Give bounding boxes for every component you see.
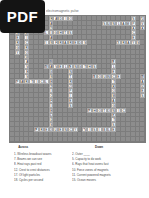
cell-letter: R bbox=[26, 80, 28, 83]
cell-letter: R bbox=[26, 46, 28, 49]
cell-letter: B bbox=[103, 128, 105, 131]
cell-letter: E bbox=[113, 113, 115, 116]
cell-letter: C bbox=[132, 31, 134, 34]
cell-letter: I bbox=[65, 17, 66, 20]
cell-letter: I bbox=[118, 109, 119, 112]
cell-letter: R bbox=[122, 41, 124, 44]
cell-letter: A bbox=[142, 27, 144, 30]
cell-letter: A bbox=[55, 17, 57, 20]
pdf-badge-label: PDF bbox=[7, 8, 39, 25]
cell-letter: I bbox=[26, 36, 27, 39]
down-list: 2. Outer ____5. Capacity to do work6. Ra… bbox=[72, 151, 143, 182]
cell-letter: I bbox=[51, 104, 52, 107]
cell-letter: D bbox=[79, 41, 81, 44]
cell-letter: R bbox=[16, 41, 18, 44]
cell-letter: Y bbox=[16, 51, 18, 54]
cell-letter: E bbox=[74, 41, 76, 44]
cell-letter: R bbox=[69, 80, 71, 83]
cell-letter: U bbox=[55, 128, 57, 131]
cell-letter: L bbox=[113, 65, 115, 68]
cell-letter: L bbox=[118, 22, 120, 25]
cell-letter: A bbox=[50, 22, 52, 25]
cell-letter: A bbox=[26, 60, 28, 63]
cell-letter: A bbox=[50, 36, 52, 39]
cell-letter: E bbox=[142, 89, 144, 92]
cell-letter: Y bbox=[74, 128, 76, 131]
cell-letter: W bbox=[25, 55, 28, 58]
cell-letter: W bbox=[45, 65, 48, 68]
down-header: Down bbox=[95, 145, 143, 150]
cell-letter: F bbox=[50, 99, 52, 102]
cell-letter: P bbox=[16, 80, 18, 83]
cell-letter: G bbox=[55, 31, 57, 34]
cell-letter: C bbox=[50, 94, 52, 97]
cell-letter: L bbox=[108, 128, 110, 131]
cell-letter: N bbox=[113, 22, 115, 25]
cell-letter: A bbox=[142, 80, 144, 83]
cell-letter: N bbox=[74, 65, 76, 68]
cell-letter: M bbox=[112, 94, 115, 97]
cell-letter: S bbox=[103, 22, 105, 25]
cell-letter: D bbox=[50, 27, 52, 30]
cell-letter: E bbox=[118, 75, 120, 78]
clue-item: 15. Ocean movers bbox=[72, 178, 143, 183]
cell-letter: T bbox=[84, 65, 86, 68]
cell-letter: M bbox=[50, 60, 53, 63]
cell-letter: S bbox=[93, 65, 95, 68]
cell-letter: E bbox=[113, 128, 115, 131]
cell-letter: U bbox=[103, 75, 105, 78]
cell-letter: M bbox=[127, 22, 130, 25]
cell-letter: U bbox=[142, 17, 144, 20]
cell-letter: C bbox=[26, 41, 28, 44]
cell-letter: O bbox=[113, 89, 115, 92]
cell-letter: I bbox=[99, 128, 100, 131]
cell-letter: V bbox=[142, 84, 144, 87]
cell-letter: O bbox=[98, 75, 100, 78]
cell-letter: B bbox=[93, 75, 95, 78]
cell-letter: I bbox=[51, 31, 52, 34]
cell-letter: O bbox=[69, 17, 71, 20]
cell-letter: T bbox=[31, 80, 33, 83]
cell-letter: O bbox=[98, 109, 100, 112]
cell-letter: G bbox=[79, 65, 81, 68]
cell-letter: N bbox=[69, 70, 71, 73]
cell-letter: S bbox=[84, 41, 86, 44]
document-title: electromagnetic pulse bbox=[46, 9, 79, 13]
cell-letter: S bbox=[69, 31, 71, 34]
cell-letter: I bbox=[51, 89, 52, 92]
cell-letter: P bbox=[69, 89, 71, 92]
cell-letter: H bbox=[89, 65, 91, 68]
cell-letter: O bbox=[26, 51, 28, 54]
cell-letter: H bbox=[93, 109, 95, 112]
cell-letter: N bbox=[64, 128, 66, 131]
cell-letter: R bbox=[50, 17, 52, 20]
cell-letter: N bbox=[50, 41, 52, 44]
cell-letter: I bbox=[46, 41, 47, 44]
cell-letter: D bbox=[50, 118, 52, 121]
cell-letter: N bbox=[108, 75, 110, 78]
cell-letter: P bbox=[132, 22, 134, 25]
cell-letter: A bbox=[113, 99, 115, 102]
cell-letter: E bbox=[50, 109, 52, 112]
cell-letter: C bbox=[40, 80, 42, 83]
cell-letter: U bbox=[108, 22, 110, 25]
cell-letter: E bbox=[45, 128, 47, 131]
cell-letter: S bbox=[132, 17, 134, 20]
cell-letter: T bbox=[103, 109, 105, 112]
cell-letter: Y bbox=[132, 41, 134, 44]
cell-letter: E bbox=[16, 36, 18, 39]
cell-letter: A bbox=[132, 27, 134, 30]
cell-letter: S bbox=[113, 123, 115, 126]
cell-letter: O bbox=[69, 84, 71, 87]
cell-letter: A bbox=[50, 65, 52, 68]
cell-letter: S bbox=[142, 94, 144, 97]
cell-letter: V bbox=[55, 65, 57, 68]
cell-letter: W bbox=[141, 75, 144, 78]
cell-letter: E bbox=[60, 128, 62, 131]
cell-letter: N bbox=[50, 75, 52, 78]
cell-letter: G bbox=[113, 104, 115, 107]
cell-letter: C bbox=[122, 109, 124, 112]
cell-letter: E bbox=[69, 99, 71, 102]
cell-letter: S bbox=[26, 75, 28, 78]
cell-letter: R bbox=[60, 41, 62, 44]
cell-letter: T bbox=[69, 75, 71, 78]
cell-letter: E bbox=[26, 70, 28, 73]
cell-letter: C bbox=[113, 75, 115, 78]
cell-letter: T bbox=[50, 84, 52, 87]
cell-letter: T bbox=[113, 118, 115, 121]
pdf-preview-page[interactable]: PDF electromagnetic pulse 1RADIO2S3UA4SU… bbox=[0, 0, 149, 198]
cell-letter: A bbox=[127, 41, 129, 44]
cell-letter: E bbox=[113, 70, 115, 73]
cell-letter: T bbox=[65, 31, 67, 34]
cell-letter: L bbox=[65, 65, 67, 68]
cell-letter: S bbox=[93, 128, 95, 131]
cell-letter: V bbox=[84, 128, 86, 131]
cell-letter: A bbox=[64, 41, 66, 44]
cell-letter: L bbox=[50, 113, 52, 116]
pdf-badge: PDF bbox=[0, 0, 45, 33]
cell-letter: S bbox=[137, 41, 139, 44]
crossword-board: 1RADIO2S3UA4SUNLAMPV5EDAAN6M7LIGHTSCEIAE… bbox=[10, 16, 145, 142]
cell-letter: C bbox=[69, 128, 71, 131]
cell-letter: A bbox=[122, 22, 124, 25]
cell-letter: F bbox=[55, 41, 57, 44]
cell-letter: I bbox=[89, 128, 90, 131]
cell-letter: I bbox=[36, 80, 37, 83]
cell-letter: R bbox=[40, 128, 42, 131]
cell-letter: G bbox=[16, 46, 18, 49]
down-clues: Down 2. Outer ____5. Capacity to do work… bbox=[72, 145, 149, 198]
grid-cell-block bbox=[140, 137, 145, 142]
cell-letter: V bbox=[142, 22, 144, 25]
cell-letter: N bbox=[113, 109, 115, 112]
cell-letter: E bbox=[50, 80, 52, 83]
cell-letter: S bbox=[69, 104, 71, 107]
cell-letter: L bbox=[45, 31, 47, 34]
cell-letter: R bbox=[69, 41, 71, 44]
cell-letter: A bbox=[21, 80, 23, 83]
cell-letter: T bbox=[113, 80, 115, 83]
cell-letter: H bbox=[60, 31, 62, 34]
cell-letter: V bbox=[26, 65, 28, 68]
cell-letter: L bbox=[45, 80, 47, 83]
cell-letter: E bbox=[113, 60, 115, 63]
cell-letter: R bbox=[113, 84, 115, 87]
cell-letter: I bbox=[70, 94, 71, 97]
cell-letter: G bbox=[50, 70, 52, 73]
cell-letter: Q bbox=[50, 128, 52, 131]
cell-letter: E bbox=[60, 65, 62, 68]
cell-letter: D bbox=[60, 17, 62, 20]
cell-letter: S bbox=[50, 123, 52, 126]
cell-letter: E bbox=[69, 65, 71, 68]
cell-letter: O bbox=[108, 109, 110, 112]
cell-letter: X bbox=[118, 41, 120, 44]
cell-letter: P bbox=[89, 109, 91, 112]
cell-letter: E bbox=[132, 36, 134, 39]
